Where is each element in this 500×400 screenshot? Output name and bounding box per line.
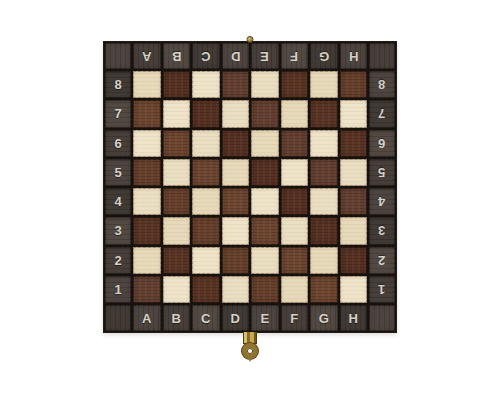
square-d7[interactable] [222, 100, 250, 127]
square-c7[interactable] [192, 100, 220, 127]
coordinate-label: 4 [378, 195, 385, 208]
rank-label-right-3: 3 [369, 217, 395, 244]
square-f8[interactable] [281, 71, 309, 98]
rank-label-right-8: 8 [369, 71, 395, 98]
square-d2[interactable] [222, 247, 250, 274]
coordinate-label: B [172, 312, 181, 325]
brass-clasp-icon [242, 332, 258, 362]
coordinate-label: 7 [378, 107, 385, 120]
rank-label-right-5: 5 [369, 159, 395, 186]
file-label-bottom-b: B [163, 305, 191, 331]
square-g7[interactable] [310, 100, 338, 127]
square-e1[interactable] [251, 276, 279, 303]
file-label-top-d: D [222, 43, 250, 69]
file-label-bottom-d: D [222, 305, 250, 331]
square-b1[interactable] [163, 276, 191, 303]
board-grid: ABCDEFGH8877665544332211ABCDEFGH [105, 43, 395, 331]
clasp-tip [248, 358, 252, 362]
square-d6[interactable] [222, 130, 250, 157]
file-label-top-a: A [133, 43, 161, 69]
square-c1[interactable] [192, 276, 220, 303]
square-h8[interactable] [340, 71, 368, 98]
square-d1[interactable] [222, 276, 250, 303]
file-label-bottom-c: C [192, 305, 220, 331]
square-b8[interactable] [163, 71, 191, 98]
square-h4[interactable] [340, 188, 368, 215]
file-label-bottom-a: A [133, 305, 161, 331]
coordinate-label: H [349, 50, 358, 63]
rank-label-left-3: 3 [105, 217, 131, 244]
square-b7[interactable] [163, 100, 191, 127]
file-label-top-c: C [192, 43, 220, 69]
rank-label-left-1: 1 [105, 276, 131, 303]
square-a8[interactable] [133, 71, 161, 98]
rank-label-left-6: 6 [105, 130, 131, 157]
coordinate-label: 2 [114, 254, 121, 267]
coordinate-label: 6 [378, 137, 385, 150]
square-e2[interactable] [251, 247, 279, 274]
frame-corner [105, 305, 131, 331]
square-g8[interactable] [310, 71, 338, 98]
square-g4[interactable] [310, 188, 338, 215]
rank-label-right-1: 1 [369, 276, 395, 303]
square-f5[interactable] [281, 159, 309, 186]
rank-label-left-7: 7 [105, 100, 131, 127]
square-c5[interactable] [192, 159, 220, 186]
coordinate-label: 3 [378, 224, 385, 237]
coordinate-label: 8 [378, 78, 385, 91]
square-b3[interactable] [163, 217, 191, 244]
square-e4[interactable] [251, 188, 279, 215]
square-a4[interactable] [133, 188, 161, 215]
square-c3[interactable] [192, 217, 220, 244]
coordinate-label: 8 [114, 78, 121, 91]
file-label-bottom-e: E [251, 305, 279, 331]
rank-label-right-7: 7 [369, 100, 395, 127]
square-e3[interactable] [251, 217, 279, 244]
coordinate-label: E [260, 50, 269, 63]
file-label-bottom-h: H [340, 305, 368, 331]
coordinate-label: 5 [378, 166, 385, 179]
square-c4[interactable] [192, 188, 220, 215]
rank-label-left-5: 5 [105, 159, 131, 186]
square-d3[interactable] [222, 217, 250, 244]
square-e5[interactable] [251, 159, 279, 186]
coordinate-label: 2 [378, 254, 385, 267]
file-label-top-e: E [251, 43, 279, 69]
square-c6[interactable] [192, 130, 220, 157]
square-f3[interactable] [281, 217, 309, 244]
coordinate-label: 6 [114, 137, 121, 150]
coordinate-label: D [231, 312, 240, 325]
frame-corner [369, 305, 395, 331]
square-f2[interactable] [281, 247, 309, 274]
coordinate-label: 3 [114, 224, 121, 237]
square-b4[interactable] [163, 188, 191, 215]
file-label-top-h: H [340, 43, 368, 69]
square-d5[interactable] [222, 159, 250, 186]
square-c2[interactable] [192, 247, 220, 274]
coordinate-label: 5 [114, 166, 121, 179]
square-b5[interactable] [163, 159, 191, 186]
coordinate-label: C [201, 312, 210, 325]
coordinate-label: F [290, 50, 298, 63]
square-f4[interactable] [281, 188, 309, 215]
coordinate-label: 1 [114, 283, 121, 296]
square-c8[interactable] [192, 71, 220, 98]
square-h3[interactable] [340, 217, 368, 244]
chess-board: ABCDEFGH8877665544332211ABCDEFGH [103, 41, 397, 333]
square-a7[interactable] [133, 100, 161, 127]
file-label-bottom-g: G [310, 305, 338, 331]
square-e6[interactable] [251, 130, 279, 157]
rank-label-left-8: 8 [105, 71, 131, 98]
rank-label-left-4: 4 [105, 188, 131, 215]
square-a6[interactable] [133, 130, 161, 157]
rank-label-right-4: 4 [369, 188, 395, 215]
square-a3[interactable] [133, 217, 161, 244]
coordinate-label: C [201, 50, 210, 63]
square-g5[interactable] [310, 159, 338, 186]
square-h2[interactable] [340, 247, 368, 274]
square-h6[interactable] [340, 130, 368, 157]
hinge-pin-icon [247, 36, 254, 43]
coordinate-label: 7 [114, 107, 121, 120]
coordinate-label: A [142, 50, 151, 63]
square-h5[interactable] [340, 159, 368, 186]
square-g2[interactable] [310, 247, 338, 274]
square-f1[interactable] [281, 276, 309, 303]
coordinate-label: E [260, 312, 269, 325]
coordinate-label: 4 [114, 195, 121, 208]
rank-label-right-2: 2 [369, 247, 395, 274]
clasp-ring [242, 343, 258, 359]
file-label-bottom-f: F [281, 305, 309, 331]
square-h1[interactable] [340, 276, 368, 303]
coordinate-label: G [319, 312, 329, 325]
coordinate-label: F [290, 312, 298, 325]
square-e7[interactable] [251, 100, 279, 127]
square-b6[interactable] [163, 130, 191, 157]
file-label-top-b: B [163, 43, 191, 69]
frame-corner [105, 43, 131, 69]
square-f6[interactable] [281, 130, 309, 157]
square-d4[interactable] [222, 188, 250, 215]
square-g6[interactable] [310, 130, 338, 157]
file-label-top-f: F [281, 43, 309, 69]
square-a2[interactable] [133, 247, 161, 274]
coordinate-label: A [142, 312, 151, 325]
square-a5[interactable] [133, 159, 161, 186]
square-b2[interactable] [163, 247, 191, 274]
square-d8[interactable] [222, 71, 250, 98]
square-g1[interactable] [310, 276, 338, 303]
file-label-top-g: G [310, 43, 338, 69]
square-e8[interactable] [251, 71, 279, 98]
coordinate-label: H [349, 312, 358, 325]
coordinate-label: D [231, 50, 240, 63]
rank-label-right-6: 6 [369, 130, 395, 157]
coordinate-label: B [172, 50, 181, 63]
coordinate-label: 1 [378, 283, 385, 296]
square-g3[interactable] [310, 217, 338, 244]
square-f7[interactable] [281, 100, 309, 127]
rank-label-left-2: 2 [105, 247, 131, 274]
frame-corner [369, 43, 395, 69]
square-a1[interactable] [133, 276, 161, 303]
coordinate-label: G [319, 50, 329, 63]
square-h7[interactable] [340, 100, 368, 127]
